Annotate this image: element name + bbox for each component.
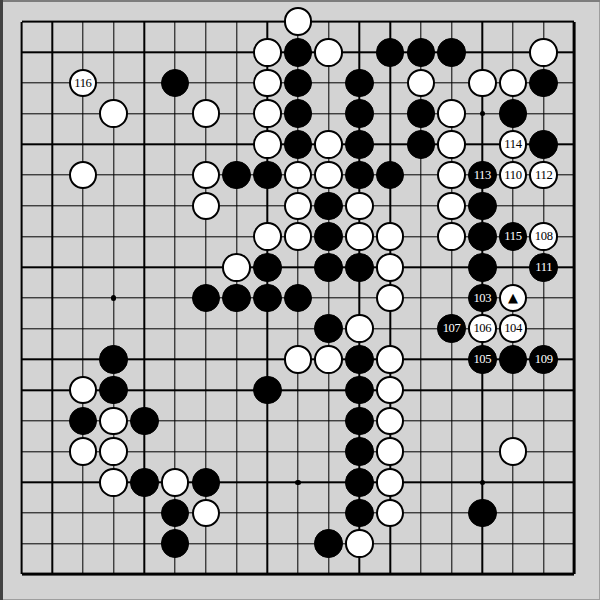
- white-stone: [99, 407, 128, 436]
- white-stone: [376, 437, 405, 466]
- black-stone: [345, 253, 374, 282]
- star-point-dot: [480, 111, 486, 117]
- black-stone: [99, 345, 128, 374]
- white-stone: [222, 253, 251, 282]
- board-intersection: [344, 436, 375, 467]
- board-intersection: 112: [528, 160, 559, 191]
- board-intersection: [283, 68, 314, 99]
- board-intersection: [313, 160, 344, 191]
- black-stone: [529, 69, 558, 98]
- board-intersection: [313, 344, 344, 375]
- move-number-label: 115: [504, 230, 521, 243]
- white-stone: 110: [499, 161, 528, 190]
- triangle-marked-stone: ▲: [499, 284, 528, 313]
- board-intersection: [98, 344, 129, 375]
- board-intersection: [375, 498, 406, 529]
- star-point-dot: [111, 295, 117, 301]
- board-intersection: [252, 68, 283, 99]
- black-stone: [345, 468, 374, 497]
- white-stone: [69, 437, 98, 466]
- white-stone: [529, 38, 558, 67]
- board-intersection: [344, 344, 375, 375]
- board-intersection: [344, 528, 375, 559]
- board-intersection: 113: [467, 160, 498, 191]
- board-intersection: [283, 6, 314, 37]
- white-stone: [314, 38, 343, 67]
- board-intersection: [313, 37, 344, 68]
- go-board: 116114113110112115108111103▲107106104105…: [0, 0, 600, 600]
- board-intersection: [344, 405, 375, 436]
- board-intersection: [221, 160, 252, 191]
- board-intersection: [436, 37, 467, 68]
- board-intersection: [190, 498, 221, 529]
- board-intersection: [252, 283, 283, 314]
- white-stone: [376, 253, 405, 282]
- board-intersection: [313, 129, 344, 160]
- black-stone: [345, 407, 374, 436]
- board-intersection: [467, 221, 498, 252]
- board-intersection: [405, 98, 436, 129]
- board-intersection: [129, 467, 160, 498]
- black-stone: 107: [437, 314, 466, 343]
- star-point: [283, 467, 314, 498]
- board-intersection: 109: [528, 344, 559, 375]
- board-intersection: 111: [528, 252, 559, 283]
- move-number-label: 104: [504, 322, 522, 335]
- white-stone: [284, 192, 313, 221]
- triangle-mark-icon: ▲: [508, 291, 518, 304]
- white-stone: [284, 7, 313, 36]
- board-intersection: [160, 528, 191, 559]
- black-stone: 111: [529, 253, 558, 282]
- move-number-label: 105: [473, 353, 491, 366]
- board-intersection: [98, 467, 129, 498]
- board-intersection: [375, 283, 406, 314]
- board-intersection: [160, 467, 191, 498]
- board-intersection: [68, 436, 99, 467]
- black-stone: [161, 529, 190, 558]
- board-intersection: [283, 190, 314, 221]
- board-intersection: [283, 283, 314, 314]
- board-intersection: [528, 129, 559, 160]
- board-intersection: [344, 375, 375, 406]
- move-number-label: 113: [474, 169, 491, 182]
- black-stone: [468, 192, 497, 221]
- white-stone: [376, 376, 405, 405]
- white-stone: [192, 499, 221, 528]
- board-intersection: [313, 528, 344, 559]
- black-stone: [314, 529, 343, 558]
- white-stone: [437, 192, 466, 221]
- black-stone: [345, 161, 374, 190]
- white-stone: [437, 161, 466, 190]
- board-intersection: [344, 68, 375, 99]
- black-stone: [437, 38, 466, 67]
- white-stone: [253, 99, 282, 128]
- board-intersection: 115: [498, 221, 529, 252]
- move-number-label: 109: [535, 353, 553, 366]
- black-stone: [253, 161, 282, 190]
- black-stone: 103: [468, 284, 497, 313]
- black-stone: [499, 99, 528, 128]
- board-intersection: [498, 436, 529, 467]
- board-intersection: [528, 37, 559, 68]
- white-stone: [69, 161, 98, 190]
- board-intersection: 104: [498, 313, 529, 344]
- move-number-label: 112: [535, 169, 552, 182]
- board-intersection: 116: [68, 68, 99, 99]
- board-intersection: [344, 160, 375, 191]
- white-stone: [192, 192, 221, 221]
- board-intersection: [375, 375, 406, 406]
- board-intersection: [313, 190, 344, 221]
- board-intersection: [283, 129, 314, 160]
- white-stone: [345, 222, 374, 251]
- board-intersection: [528, 68, 559, 99]
- move-number-label: 103: [473, 292, 491, 305]
- board-intersection: [190, 467, 221, 498]
- black-stone: [529, 130, 558, 159]
- board-intersection: [190, 190, 221, 221]
- white-stone: [192, 99, 221, 128]
- board-intersection: [252, 129, 283, 160]
- board-intersection: [436, 129, 467, 160]
- black-stone: [284, 69, 313, 98]
- board-intersection: [283, 344, 314, 375]
- white-stone: [314, 130, 343, 159]
- white-stone: [499, 69, 528, 98]
- black-stone: [468, 499, 497, 528]
- go-diagram: 116114113110112115108111103▲107106104105…: [0, 0, 600, 600]
- black-stone: [192, 468, 221, 497]
- black-stone: [69, 407, 98, 436]
- white-stone: [99, 437, 128, 466]
- white-stone: [376, 345, 405, 374]
- move-number-label: 107: [443, 322, 461, 335]
- board-intersection: [68, 160, 99, 191]
- board-intersection: 107: [436, 313, 467, 344]
- board-intersection: [129, 405, 160, 436]
- board-intersection: 106: [467, 313, 498, 344]
- move-number-label: 114: [504, 138, 521, 151]
- board-intersection: [190, 283, 221, 314]
- board-intersection: [98, 405, 129, 436]
- black-stone: [284, 284, 313, 313]
- board-intersection: [375, 467, 406, 498]
- white-stone: [376, 468, 405, 497]
- move-number-label: 106: [473, 322, 491, 335]
- star-point: [98, 283, 129, 314]
- board-intersection: [344, 190, 375, 221]
- white-stone: [253, 222, 282, 251]
- board-intersection: [190, 98, 221, 129]
- board-intersection: [313, 252, 344, 283]
- black-stone: [161, 499, 190, 528]
- black-stone: [376, 161, 405, 190]
- white-stone: [499, 437, 528, 466]
- white-stone: [69, 376, 98, 405]
- board-intersection: [467, 190, 498, 221]
- black-stone: [345, 499, 374, 528]
- board-intersection: ▲: [498, 283, 529, 314]
- black-stone: [130, 468, 159, 497]
- board-intersection: [436, 160, 467, 191]
- board-intersection: [190, 160, 221, 191]
- board-intersection: [68, 375, 99, 406]
- board-intersection: 108: [528, 221, 559, 252]
- black-stone: [99, 376, 128, 405]
- board-intersection: [375, 160, 406, 191]
- black-stone: 115: [499, 222, 528, 251]
- white-stone: [345, 314, 374, 343]
- black-stone: [345, 376, 374, 405]
- board-intersection: [160, 68, 191, 99]
- white-stone: [284, 161, 313, 190]
- black-stone: [345, 99, 374, 128]
- board-intersection: [98, 436, 129, 467]
- black-stone: 105: [468, 345, 497, 374]
- board-intersection: [375, 405, 406, 436]
- board-intersection: [344, 129, 375, 160]
- black-stone: [345, 437, 374, 466]
- black-stone: [468, 253, 497, 282]
- board-intersection: [283, 160, 314, 191]
- white-stone: [192, 161, 221, 190]
- black-stone: [222, 161, 251, 190]
- black-stone: [345, 69, 374, 98]
- black-stone: [407, 130, 436, 159]
- white-stone: [376, 499, 405, 528]
- white-stone: [376, 284, 405, 313]
- move-number-label: 116: [74, 77, 91, 90]
- board-intersection: [467, 68, 498, 99]
- board-intersection: [283, 98, 314, 129]
- star-point-dot: [295, 480, 301, 486]
- white-stone: 104: [499, 314, 528, 343]
- board-intersection: [344, 313, 375, 344]
- board-intersection: [344, 98, 375, 129]
- move-number-label: 110: [504, 169, 521, 182]
- black-stone: [314, 192, 343, 221]
- black-stone: [345, 130, 374, 159]
- board-intersection: [252, 37, 283, 68]
- black-stone: [499, 345, 528, 374]
- white-stone: [253, 130, 282, 159]
- white-stone: [253, 69, 282, 98]
- white-stone: 106: [468, 314, 497, 343]
- board-intersection: [344, 498, 375, 529]
- black-stone: 113: [468, 161, 497, 190]
- black-stone: [222, 284, 251, 313]
- board-intersection: [405, 37, 436, 68]
- white-stone: 108: [529, 222, 558, 251]
- board-intersection: [436, 98, 467, 129]
- board-intersection: [344, 252, 375, 283]
- move-number-label: 111: [535, 261, 552, 274]
- white-stone: [437, 99, 466, 128]
- white-stone: [314, 161, 343, 190]
- board-intersection: [375, 344, 406, 375]
- black-stone: 109: [529, 345, 558, 374]
- star-point: [467, 467, 498, 498]
- board-intersection: [221, 252, 252, 283]
- board-intersection: [252, 375, 283, 406]
- white-stone: [253, 38, 282, 67]
- board-intersection: [344, 467, 375, 498]
- black-stone: [284, 99, 313, 128]
- board-intersection: [344, 221, 375, 252]
- white-stone: [99, 99, 128, 128]
- board-intersection: [436, 190, 467, 221]
- board-intersection: [252, 98, 283, 129]
- board-intersection: [252, 252, 283, 283]
- white-stone: 114: [499, 130, 528, 159]
- white-stone: [284, 222, 313, 251]
- board-intersection: [405, 68, 436, 99]
- board-intersection: [252, 160, 283, 191]
- board-intersection: [375, 37, 406, 68]
- board-intersection: [467, 252, 498, 283]
- board-intersection: [375, 436, 406, 467]
- white-stone: [99, 468, 128, 497]
- black-stone: [253, 284, 282, 313]
- board-intersection: [375, 221, 406, 252]
- board-intersection: [283, 221, 314, 252]
- white-stone: [437, 222, 466, 251]
- board-intersection: [313, 313, 344, 344]
- black-stone: [407, 99, 436, 128]
- white-stone: [284, 345, 313, 374]
- board-intersection: [498, 68, 529, 99]
- board-intersection: [405, 129, 436, 160]
- stones-grid: 116114113110112115108111103▲107106104105…: [6, 6, 590, 590]
- white-stone: 116: [69, 69, 98, 98]
- white-stone: [314, 345, 343, 374]
- board-intersection: 105: [467, 344, 498, 375]
- white-stone: [345, 192, 374, 221]
- board-intersection: [313, 221, 344, 252]
- black-stone: [192, 284, 221, 313]
- black-stone: [161, 69, 190, 98]
- white-stone: [437, 130, 466, 159]
- board-intersection: 103: [467, 283, 498, 314]
- board-intersection: 114: [498, 129, 529, 160]
- white-stone: [407, 69, 436, 98]
- board-intersection: [252, 221, 283, 252]
- black-stone: [314, 253, 343, 282]
- board-intersection: [98, 375, 129, 406]
- board-intersection: [436, 221, 467, 252]
- board-intersection: [467, 498, 498, 529]
- black-stone: [407, 38, 436, 67]
- board-intersection: [68, 405, 99, 436]
- white-stone: [376, 222, 405, 251]
- black-stone: [345, 345, 374, 374]
- board-intersection: 110: [498, 160, 529, 191]
- white-stone: [376, 407, 405, 436]
- black-stone: [376, 38, 405, 67]
- white-stone: 112: [529, 161, 558, 190]
- black-stone: [130, 407, 159, 436]
- white-stone: [161, 468, 190, 497]
- black-stone: [284, 130, 313, 159]
- move-number-label: 108: [535, 230, 553, 243]
- board-intersection: [498, 344, 529, 375]
- white-stone: [468, 69, 497, 98]
- white-stone: [345, 529, 374, 558]
- black-stone: [253, 376, 282, 405]
- board-intersection: [498, 98, 529, 129]
- board-intersection: [221, 283, 252, 314]
- black-stone: [314, 222, 343, 251]
- black-stone: [284, 38, 313, 67]
- board-intersection: [375, 252, 406, 283]
- black-stone: [314, 314, 343, 343]
- black-stone: [253, 253, 282, 282]
- board-intersection: [160, 498, 191, 529]
- board-intersection: [283, 37, 314, 68]
- star-point: [467, 98, 498, 129]
- star-point-dot: [480, 480, 486, 486]
- black-stone: [468, 222, 497, 251]
- board-intersection: [98, 98, 129, 129]
